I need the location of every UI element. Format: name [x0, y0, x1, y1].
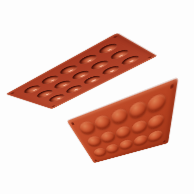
product-photo [0, 0, 194, 194]
dome [148, 113, 165, 130]
dome [93, 113, 112, 130]
dome [133, 134, 147, 147]
dome [105, 142, 120, 153]
dome [118, 138, 133, 150]
dome [148, 129, 163, 143]
dome [147, 92, 166, 114]
dome [100, 130, 117, 144]
dome [115, 124, 132, 139]
dome [131, 119, 147, 135]
dome [110, 107, 129, 126]
dome [128, 100, 147, 120]
